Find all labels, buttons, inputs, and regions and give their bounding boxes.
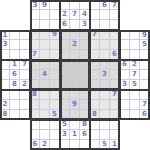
cell-r11c7[interactable] [60, 100, 70, 110]
cell-r5c8: 2 [70, 40, 80, 50]
given-digit: 6 [62, 21, 67, 28]
cell-r8c9[interactable] [80, 70, 90, 80]
cell-r5c14[interactable] [130, 40, 140, 50]
cell-r7c4[interactable] [30, 60, 40, 70]
cell-r14c5[interactable] [40, 130, 50, 140]
cell-r14c4[interactable] [30, 130, 40, 140]
given-digit: 6 [33, 141, 38, 148]
cell-r5c6[interactable] [50, 40, 60, 50]
cell-r13c11[interactable] [100, 120, 110, 130]
cell-r8c7[interactable] [60, 70, 70, 80]
given-digit: 4 [82, 11, 87, 18]
cell-r4c4[interactable] [30, 30, 40, 40]
given-digit: 7 [72, 11, 77, 18]
cell-r14c12[interactable] [110, 130, 120, 140]
cell-r9c6[interactable] [50, 80, 60, 90]
cell-r8c5: 4 [40, 70, 50, 80]
cell-r8c8[interactable] [70, 70, 80, 80]
cell-r10c10[interactable] [90, 90, 100, 100]
cell-r11c3[interactable] [20, 100, 30, 110]
cell-r5c11[interactable] [100, 40, 110, 50]
cell-r7c7[interactable] [60, 60, 70, 70]
cell-r7c5[interactable] [40, 60, 50, 70]
cell-r7c9[interactable] [80, 60, 90, 70]
cell-r4c12[interactable] [110, 30, 120, 40]
cell-r2c11[interactable] [100, 10, 110, 20]
cell-r6c6[interactable] [50, 50, 60, 60]
cell-r8c15[interactable] [140, 70, 150, 80]
cell-r2c7: 2 [60, 10, 70, 20]
cell-r5c2[interactable] [10, 40, 20, 50]
given-digit: 8 [3, 111, 8, 118]
cell-r7c1[interactable] [0, 60, 10, 70]
cell-r6c12: 6 [110, 50, 120, 60]
cell-r12c6: 5 [50, 110, 60, 120]
cell-r9c10[interactable] [90, 80, 100, 90]
cell-r14c6[interactable] [50, 130, 60, 140]
given-digit: 7 [112, 91, 117, 98]
cell-r13c6[interactable] [50, 120, 60, 130]
cell-r12c14[interactable] [130, 110, 140, 120]
cell-r10c5[interactable] [40, 90, 50, 100]
cell-r10c11[interactable] [100, 90, 110, 100]
cell-r1c5: 9 [40, 0, 50, 10]
given-digit: 6 [122, 61, 127, 68]
cell-r2c10[interactable] [90, 10, 100, 20]
cell-r5c10[interactable] [90, 40, 100, 50]
cell-r4c1: 1 [0, 30, 10, 40]
cell-r4c14[interactable] [130, 30, 140, 40]
cell-r3c10[interactable] [90, 20, 100, 30]
cell-r6c7[interactable] [60, 50, 70, 60]
cell-r1c6[interactable] [50, 0, 60, 10]
cell-r1c8[interactable] [70, 0, 80, 10]
cell-r6c10[interactable] [90, 50, 100, 60]
flower-sudoku-board: 3967274631979325761762643782358729785865… [0, 0, 150, 150]
cell-r5c12[interactable] [110, 40, 120, 50]
cell-r9c14: 5 [130, 80, 140, 90]
cell-r15c8[interactable] [70, 140, 80, 150]
given-digit: 8 [82, 121, 87, 128]
cell-r14c11[interactable] [100, 130, 110, 140]
given-digit: 6 [142, 111, 147, 118]
cell-r12c9[interactable] [80, 110, 90, 120]
cell-r10c12: 7 [110, 90, 120, 100]
cell-r13c7: 5 [60, 120, 70, 130]
cell-r6c3[interactable] [20, 50, 30, 60]
given-digit: 3 [3, 41, 8, 48]
cell-r1c4: 3 [30, 0, 40, 10]
cell-r11c1: 2 [0, 100, 10, 110]
cell-r13c12[interactable] [110, 120, 120, 130]
given-digit: 4 [42, 71, 47, 78]
cell-r3c6[interactable] [50, 20, 60, 30]
cell-r6c11[interactable] [100, 50, 110, 60]
cell-r6c2[interactable] [10, 50, 20, 60]
cell-r12c8[interactable] [70, 110, 80, 120]
cell-r10c4: 8 [30, 90, 40, 100]
given-digit: 1 [112, 141, 117, 148]
cell-r8c10[interactable] [90, 70, 100, 80]
cell-r14c9: 6 [80, 130, 90, 140]
cell-r1c11: 6 [100, 0, 110, 10]
cell-r5c15: 5 [140, 40, 150, 50]
cell-r12c15: 6 [140, 110, 150, 120]
cell-r6c5[interactable] [40, 50, 50, 60]
cell-r11c2[interactable] [10, 100, 20, 110]
cell-r7c12[interactable] [110, 60, 120, 70]
given-digit: 8 [12, 81, 17, 88]
cell-r10c3[interactable] [20, 90, 30, 100]
cell-r3c12[interactable] [110, 20, 120, 30]
cell-r2c9: 4 [80, 10, 90, 20]
cell-r7c15[interactable] [140, 60, 150, 70]
given-digit: 1 [72, 131, 77, 138]
cell-r15c9[interactable] [80, 140, 90, 150]
given-digit: 9 [52, 31, 57, 38]
cell-r9c9[interactable] [80, 80, 90, 90]
cell-r15c4: 6 [30, 140, 40, 150]
given-digit: 2 [42, 141, 47, 148]
cell-r7c6[interactable] [50, 60, 60, 70]
cell-r6c14[interactable] [130, 50, 140, 60]
cell-r1c9[interactable] [80, 0, 90, 10]
given-digit: 5 [52, 111, 57, 118]
cell-r11c8: 9 [70, 100, 80, 110]
cell-r11c15: 7 [140, 100, 150, 110]
cell-r8c11: 3 [100, 70, 110, 80]
given-digit: 3 [33, 2, 38, 9]
cell-r3c8[interactable] [70, 20, 80, 30]
cell-r5c1: 3 [0, 40, 10, 50]
cell-r3c7: 6 [60, 20, 70, 30]
cell-r9c13: 3 [120, 80, 130, 90]
given-digit: 5 [62, 121, 67, 128]
cell-r8c4[interactable] [30, 70, 40, 80]
cell-r9c5[interactable] [40, 80, 50, 90]
cell-r11c11[interactable] [100, 100, 110, 110]
given-digit: 1 [3, 32, 8, 39]
cell-r1c10[interactable] [90, 0, 100, 10]
given-digit: 9 [42, 2, 47, 9]
cell-r9c8[interactable] [70, 80, 80, 90]
given-digit: 5 [132, 81, 137, 88]
cell-r6c15[interactable] [140, 50, 150, 60]
cell-r11c13[interactable] [120, 100, 130, 110]
given-digit: 1 [12, 61, 17, 68]
given-digit: 2 [62, 11, 67, 18]
cell-r6c9[interactable] [80, 50, 90, 60]
cell-r12c12[interactable] [110, 110, 120, 120]
cell-r4c13[interactable] [120, 30, 130, 40]
given-digit: 7 [132, 71, 137, 78]
cell-r9c7[interactable] [60, 80, 70, 90]
cell-r1c7[interactable] [60, 0, 70, 10]
cell-r12c10: 8 [90, 110, 100, 120]
cell-r9c12[interactable] [110, 80, 120, 90]
cell-r3c11[interactable] [100, 20, 110, 30]
given-digit: 7 [32, 51, 37, 58]
cell-r12c13[interactable] [120, 110, 130, 120]
cell-r9c11[interactable] [100, 80, 110, 90]
cell-r2c5[interactable] [40, 10, 50, 20]
given-digit: 3 [102, 71, 107, 78]
cell-r8c1[interactable] [0, 70, 10, 80]
cell-r7c8[interactable] [70, 60, 80, 70]
cell-r12c7[interactable] [60, 110, 70, 120]
cell-r8c2: 6 [10, 70, 20, 80]
given-digit: 7 [92, 31, 97, 38]
cell-r9c1[interactable] [0, 80, 10, 90]
cell-r12c2[interactable] [10, 110, 20, 120]
cell-r3c9: 3 [80, 20, 90, 30]
cell-r11c5[interactable] [40, 100, 50, 110]
cell-r15c11: 5 [100, 140, 110, 150]
cell-r2c12[interactable] [110, 10, 120, 20]
cell-r13c10[interactable] [90, 120, 100, 130]
cell-r2c6[interactable] [50, 10, 60, 20]
cell-r4c3[interactable] [20, 30, 30, 40]
cell-r14c8: 1 [70, 130, 80, 140]
cell-r7c3: 7 [20, 60, 30, 70]
given-digit: 8 [92, 111, 97, 118]
given-digit: 6 [112, 51, 117, 58]
cell-r10c15[interactable] [140, 90, 150, 100]
given-digit: 9 [142, 32, 147, 39]
cell-r7c14: 2 [130, 60, 140, 70]
cell-r5c4[interactable] [30, 40, 40, 50]
cell-r6c8[interactable] [70, 50, 80, 60]
cell-r13c5[interactable] [40, 120, 50, 130]
cell-r12c1: 8 [0, 110, 10, 120]
cell-r2c8: 7 [70, 10, 80, 20]
cell-r9c4[interactable] [30, 80, 40, 90]
given-digit: 3 [122, 81, 127, 88]
cell-r9c15[interactable] [140, 80, 150, 90]
cell-r15c7[interactable] [60, 140, 70, 150]
cell-r10c13[interactable] [120, 90, 130, 100]
cell-r10c9[interactable] [80, 90, 90, 100]
cell-r5c13[interactable] [120, 40, 130, 50]
given-digit: 6 [102, 2, 107, 9]
given-digit: 2 [72, 41, 77, 48]
cell-r4c9[interactable] [80, 30, 90, 40]
cell-r4c15: 9 [140, 30, 150, 40]
cell-r8c13[interactable] [120, 70, 130, 80]
cell-r11c4[interactable] [30, 100, 40, 110]
cell-r12c3[interactable] [20, 110, 30, 120]
given-digit: 6 [82, 131, 87, 138]
cell-r4c7[interactable] [60, 30, 70, 40]
cell-r2c4[interactable] [30, 10, 40, 20]
cell-r4c10: 7 [90, 30, 100, 40]
given-digit: 7 [142, 101, 147, 108]
cell-r7c13: 6 [120, 60, 130, 70]
cell-r3c4[interactable] [30, 20, 40, 30]
cell-r7c11[interactable] [100, 60, 110, 70]
cell-r7c10[interactable] [90, 60, 100, 70]
cell-r4c5[interactable] [40, 30, 50, 40]
cell-r11c9[interactable] [80, 100, 90, 110]
cell-r8c14: 7 [130, 70, 140, 80]
cell-r8c3[interactable] [20, 70, 30, 80]
cell-r13c4[interactable] [30, 120, 40, 130]
cell-r6c4: 7 [30, 50, 40, 60]
cell-r10c14[interactable] [130, 90, 140, 100]
cell-r10c1[interactable] [0, 90, 10, 100]
cell-r8c12[interactable] [110, 70, 120, 80]
cell-r1c12: 7 [110, 0, 120, 10]
cell-r7c2: 1 [10, 60, 20, 70]
cell-r12c4[interactable] [30, 110, 40, 120]
cell-r3c5[interactable] [40, 20, 50, 30]
given-digit: 3 [82, 21, 87, 28]
cell-r10c2[interactable] [10, 90, 20, 100]
cell-r11c14[interactable] [130, 100, 140, 110]
cell-r15c12: 1 [110, 140, 120, 150]
cell-r6c13[interactable] [120, 50, 130, 60]
cell-r12c5[interactable] [40, 110, 50, 120]
cell-r15c6[interactable] [50, 140, 60, 150]
given-digit: 2 [3, 101, 8, 108]
given-digit: 9 [72, 101, 77, 108]
cell-r5c5[interactable] [40, 40, 50, 50]
cell-r15c5: 2 [40, 140, 50, 150]
cell-r10c7[interactable] [60, 90, 70, 100]
given-digit: 5 [142, 41, 147, 48]
cell-r11c10[interactable] [90, 100, 100, 110]
given-digit: 3 [62, 131, 67, 138]
cell-r13c8[interactable] [70, 120, 80, 130]
cell-r10c8[interactable] [70, 90, 80, 100]
cell-r5c9[interactable] [80, 40, 90, 50]
cell-r6c1[interactable] [0, 50, 10, 60]
cell-r14c7: 3 [60, 130, 70, 140]
cell-r9c2: 8 [10, 80, 20, 90]
cell-r4c2[interactable] [10, 30, 20, 40]
given-digit: 2 [132, 61, 137, 68]
cell-r5c3[interactable] [20, 40, 30, 50]
cell-r12c11[interactable] [100, 110, 110, 120]
cell-r9c3: 2 [20, 80, 30, 90]
given-digit: 2 [22, 81, 27, 88]
cell-r14c10[interactable] [90, 130, 100, 140]
cell-r5c7[interactable] [60, 40, 70, 50]
given-digit: 8 [32, 91, 37, 98]
given-digit: 7 [22, 61, 27, 68]
cell-r10c6[interactable] [50, 90, 60, 100]
cell-r4c8[interactable] [70, 30, 80, 40]
cell-r4c6: 9 [50, 30, 60, 40]
given-digit: 7 [112, 2, 117, 9]
cell-r15c10[interactable] [90, 140, 100, 150]
given-digit: 5 [102, 141, 107, 148]
given-digit: 6 [12, 71, 17, 78]
cell-r8c6[interactable] [50, 70, 60, 80]
cell-r11c12[interactable] [110, 100, 120, 110]
cell-r13c9: 8 [80, 120, 90, 130]
cell-r4c11[interactable] [100, 30, 110, 40]
cell-r11c6[interactable] [50, 100, 60, 110]
